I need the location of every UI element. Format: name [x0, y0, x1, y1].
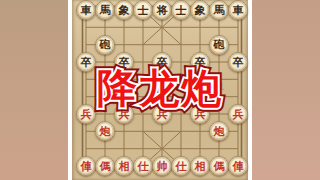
piece-red-cannon-right[interactable]: 炮	[209, 121, 229, 141]
piece-black-elephant-right[interactable]: 象	[190, 0, 210, 20]
piece-red-general[interactable]: 帅	[152, 156, 172, 176]
piece-black-advisor-left[interactable]: 士	[133, 0, 153, 20]
piece-red-soldier-2[interactable]: 兵	[114, 104, 134, 124]
piece-black-horse-left[interactable]: 馬	[95, 0, 115, 20]
piece-red-chariot-right[interactable]: 俥	[228, 156, 248, 176]
video-frame: 楚 界 車馬象士将士象馬車砲砲卒卒卒卒卒兵兵兵兵兵炮炮俥傌相仕帅仕相傌俥	[68, 0, 252, 180]
piece-red-cannon-left[interactable]: 炮	[95, 121, 115, 141]
piece-black-chariot-left[interactable]: 車	[76, 0, 96, 20]
piece-black-soldier-1[interactable]: 卒	[76, 52, 96, 72]
blurred-background-left	[0, 0, 68, 180]
piece-red-soldier-3[interactable]: 兵	[152, 104, 172, 124]
piece-red-elephant-left[interactable]: 相	[114, 156, 134, 176]
piece-black-cannon-left[interactable]: 砲	[95, 35, 115, 55]
piece-black-cannon-right[interactable]: 砲	[209, 35, 229, 55]
piece-black-elephant-left[interactable]: 象	[114, 0, 134, 20]
piece-black-soldier-4[interactable]: 卒	[190, 52, 210, 72]
piece-black-soldier-5[interactable]: 卒	[228, 52, 248, 72]
piece-red-elephant-right[interactable]: 相	[190, 156, 210, 176]
piece-red-horse-left[interactable]: 傌	[95, 156, 115, 176]
piece-red-soldier-1[interactable]: 兵	[76, 104, 96, 124]
piece-red-chariot-left[interactable]: 俥	[76, 156, 96, 176]
xiangqi-board[interactable]: 楚 界 車馬象士将士象馬車砲砲卒卒卒卒卒兵兵兵兵兵炮炮俥傌相仕帅仕相傌俥	[72, 0, 248, 180]
piece-black-chariot-right[interactable]: 車	[228, 0, 248, 20]
piece-black-general[interactable]: 将	[152, 0, 172, 20]
piece-red-advisor-right[interactable]: 仕	[171, 156, 191, 176]
screenshot-root: 楚 界 車馬象士将士象馬車砲砲卒卒卒卒卒兵兵兵兵兵炮炮俥傌相仕帅仕相傌俥 降龙炮…	[0, 0, 320, 180]
piece-red-advisor-left[interactable]: 仕	[133, 156, 153, 176]
piece-black-horse-right[interactable]: 馬	[209, 0, 229, 20]
piece-red-horse-right[interactable]: 傌	[209, 156, 229, 176]
piece-black-soldier-2[interactable]: 卒	[114, 52, 134, 72]
piece-red-soldier-5[interactable]: 兵	[228, 104, 248, 124]
piece-black-advisor-right[interactable]: 士	[171, 0, 191, 20]
piece-red-soldier-4[interactable]: 兵	[190, 104, 210, 124]
pieces-layer: 車馬象士将士象馬車砲砲卒卒卒卒卒兵兵兵兵兵炮炮俥傌相仕帅仕相傌俥	[72, 0, 248, 180]
blurred-background-right	[252, 0, 320, 180]
piece-black-soldier-3[interactable]: 卒	[152, 52, 172, 72]
